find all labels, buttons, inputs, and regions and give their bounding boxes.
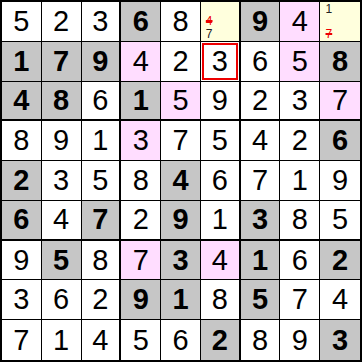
digit: 1	[53, 326, 69, 355]
cell-r2c1[interactable]: 1	[2, 42, 42, 82]
cell-r5c8[interactable]: 1	[280, 161, 320, 201]
cell-r5c5[interactable]: 4	[161, 161, 201, 201]
cell-r3c7[interactable]: 2	[241, 82, 281, 122]
digit: 5	[252, 285, 268, 314]
digit: 2	[92, 285, 108, 314]
cell-r4c8[interactable]: 2	[280, 121, 320, 161]
pencil-mark-7: 7	[204, 28, 215, 40]
cell-r6c9[interactable]: 5	[320, 201, 360, 241]
cell-r3c6[interactable]: 9	[201, 82, 241, 122]
digit: 6	[133, 7, 149, 36]
digit: 2	[332, 246, 348, 275]
cell-r8c6[interactable]: 8	[201, 280, 241, 320]
digit: 6	[172, 326, 188, 355]
digit: 7	[13, 326, 29, 355]
cell-r2c2[interactable]: 7	[42, 42, 82, 82]
cell-r9c5[interactable]: 6	[161, 320, 201, 360]
cell-r6c5[interactable]: 9	[161, 201, 201, 241]
digit: 6	[92, 86, 108, 115]
cell-r3c4[interactable]: 1	[121, 82, 161, 122]
cell-r2c6[interactable]: 3	[201, 42, 241, 82]
cell-r9c4[interactable]: 5	[121, 320, 161, 360]
digit: 9	[53, 126, 69, 155]
pencil-mark-grid: 17	[320, 2, 360, 41]
digit: 1	[252, 246, 268, 275]
cell-r7c4[interactable]: 7	[121, 241, 161, 281]
digit: 9	[13, 246, 29, 275]
digit: 5	[332, 205, 348, 234]
pencil-mark-1: 1	[323, 3, 334, 15]
cell-r1c9[interactable]: 17	[320, 2, 360, 42]
digit: 4	[292, 7, 308, 36]
digit: 4	[92, 326, 108, 355]
cell-r8c8[interactable]: 7	[280, 280, 320, 320]
digit: 4	[212, 246, 228, 275]
digit: 8	[53, 86, 69, 115]
digit: 5	[133, 326, 149, 355]
digit: 4	[13, 86, 29, 115]
cell-r6c8[interactable]: 8	[280, 201, 320, 241]
digit: 5	[212, 126, 228, 155]
cell-r3c3[interactable]: 6	[82, 82, 122, 122]
cell-r5c9[interactable]: 9	[320, 161, 360, 201]
digit: 6	[13, 205, 29, 234]
digit: 9	[292, 326, 308, 355]
digit: 7	[292, 285, 308, 314]
cell-r2c9[interactable]: 8	[320, 42, 360, 82]
cell-r9c7[interactable]: 8	[241, 320, 281, 360]
cell-r9c9[interactable]: 3	[320, 320, 360, 360]
digit: 5	[292, 47, 308, 76]
digit: 2	[53, 7, 69, 36]
digit: 1	[133, 86, 149, 115]
digit: 8	[92, 246, 108, 275]
digit: 3	[92, 7, 108, 36]
cell-r7c5[interactable]: 3	[161, 241, 201, 281]
cell-r8c4[interactable]: 9	[121, 280, 161, 320]
digit: 1	[172, 285, 188, 314]
cell-r3c2[interactable]: 8	[42, 82, 82, 122]
digit: 5	[53, 246, 69, 275]
digit: 4	[53, 205, 69, 234]
cell-r2c5[interactable]: 2	[161, 42, 201, 82]
digit: 3	[252, 205, 268, 234]
cell-r4c1[interactable]: 8	[2, 121, 42, 161]
cell-r9c1[interactable]: 7	[2, 320, 42, 360]
digit: 9	[172, 205, 188, 234]
digit: 4	[332, 285, 348, 314]
cell-r5c7[interactable]: 7	[241, 161, 281, 201]
cell-r7c9[interactable]: 2	[320, 241, 360, 281]
cell-r7c7[interactable]: 1	[241, 241, 281, 281]
digit: 9	[92, 47, 108, 76]
digit: 6	[53, 285, 69, 314]
digit: 6	[332, 126, 348, 155]
digit: 3	[172, 246, 188, 275]
digit: 2	[13, 166, 29, 195]
cell-r1c8[interactable]: 4	[280, 2, 320, 42]
cell-r1c5[interactable]: 8	[161, 2, 201, 42]
cell-r3c9[interactable]: 7	[320, 82, 360, 122]
digit: 5	[92, 166, 108, 195]
digit: 8	[332, 47, 348, 76]
cell-r6c7[interactable]: 3	[241, 201, 281, 241]
digit: 3	[53, 166, 69, 195]
cell-r4c2[interactable]: 9	[42, 121, 82, 161]
digit: 8	[133, 166, 149, 195]
cell-r2c4[interactable]: 4	[121, 42, 161, 82]
digit: 7	[252, 166, 268, 195]
cell-r1c2[interactable]: 2	[42, 2, 82, 42]
cell-r5c1[interactable]: 2	[2, 161, 42, 201]
cell-r4c7[interactable]: 4	[241, 121, 281, 161]
digit: 3	[13, 285, 29, 314]
digit: 2	[172, 47, 188, 76]
cell-r3c5[interactable]: 5	[161, 82, 201, 122]
cell-r2c7[interactable]: 6	[241, 42, 281, 82]
pencil-mark-4-struck: 4	[204, 15, 215, 27]
digit: 7	[172, 126, 188, 155]
cell-r8c2[interactable]: 6	[42, 280, 82, 320]
cell-r6c3[interactable]: 7	[82, 201, 122, 241]
digit: 8	[292, 205, 308, 234]
digit: 1	[292, 166, 308, 195]
digit: 7	[92, 205, 108, 234]
digit: 5	[13, 7, 29, 36]
digit: 8	[252, 326, 268, 355]
cell-r2c3[interactable]: 9	[82, 42, 122, 82]
digit: 6	[252, 47, 268, 76]
cell-r8c7[interactable]: 5	[241, 280, 281, 320]
cell-r8c3[interactable]: 2	[82, 280, 122, 320]
digit: 2	[252, 86, 268, 115]
digit: 5	[172, 86, 188, 115]
digit: 4	[133, 47, 149, 76]
digit: 3	[292, 86, 308, 115]
digit: 1	[92, 126, 108, 155]
cell-r8c5[interactable]: 1	[161, 280, 201, 320]
pencil-mark-grid: 47	[201, 2, 239, 41]
cell-r6c2[interactable]: 4	[42, 201, 82, 241]
digit: 7	[332, 86, 348, 115]
cell-r7c8[interactable]: 6	[280, 241, 320, 281]
cell-r5c3[interactable]: 5	[82, 161, 122, 201]
cell-r4c3[interactable]: 1	[82, 121, 122, 161]
digit: 6	[212, 166, 228, 195]
digit: 2	[292, 126, 308, 155]
cell-r4c5[interactable]: 7	[161, 121, 201, 161]
cell-r6c6[interactable]: 1	[201, 201, 241, 241]
digit: 9	[252, 7, 268, 36]
cell-r9c6[interactable]: 2	[201, 320, 241, 360]
cell-r1c4[interactable]: 6	[121, 2, 161, 42]
digit: 1	[13, 47, 29, 76]
cell-r1c7[interactable]: 9	[241, 2, 281, 42]
digit: 3	[133, 126, 149, 155]
digit: 7	[53, 47, 69, 76]
digit: 6	[292, 246, 308, 275]
cell-r7c3[interactable]: 8	[82, 241, 122, 281]
cell-r8c9[interactable]: 4	[320, 280, 360, 320]
digit: 9	[133, 285, 149, 314]
digit: 2	[133, 205, 149, 234]
digit: 3	[332, 326, 348, 355]
cell-r7c1[interactable]: 9	[2, 241, 42, 281]
cell-r9c2[interactable]: 1	[42, 320, 82, 360]
digit: 9	[332, 166, 348, 195]
cell-r4c4[interactable]: 3	[121, 121, 161, 161]
cell-r6c4[interactable]: 2	[121, 201, 161, 241]
pencil-mark-7-struck: 7	[323, 28, 334, 40]
digit: 2	[212, 326, 228, 355]
cell-r1c1[interactable]: 5	[2, 2, 42, 42]
digit: 8	[172, 7, 188, 36]
digit: 7	[133, 246, 149, 275]
cell-r1c6[interactable]: 47	[201, 2, 241, 42]
cell-r4c6[interactable]: 5	[201, 121, 241, 161]
cell-r9c3[interactable]: 4	[82, 320, 122, 360]
cell-r7c6[interactable]: 4	[201, 241, 241, 281]
cell-r8c1[interactable]: 3	[2, 280, 42, 320]
cell-r7c2[interactable]: 5	[42, 241, 82, 281]
digit: 9	[212, 86, 228, 115]
cell-r5c6[interactable]: 6	[201, 161, 241, 201]
cell-r5c2[interactable]: 3	[42, 161, 82, 201]
digit: 4	[252, 126, 268, 155]
cell-r6c1[interactable]: 6	[2, 201, 42, 241]
digit: 4	[172, 166, 188, 195]
cell-r3c1[interactable]: 4	[2, 82, 42, 122]
cell-r5c4[interactable]: 8	[121, 161, 161, 201]
sudoku-board: 5236847941717942365848615923789137542623…	[0, 0, 362, 362]
cell-r4c9[interactable]: 6	[320, 121, 360, 161]
cell-r9c8[interactable]: 9	[280, 320, 320, 360]
digit: 8	[13, 126, 29, 155]
digit: 8	[212, 285, 228, 314]
digit: 3	[212, 47, 228, 76]
cell-r2c8[interactable]: 5	[280, 42, 320, 82]
cell-r1c3[interactable]: 3	[82, 2, 122, 42]
digit: 1	[212, 205, 228, 234]
cell-r3c8[interactable]: 3	[280, 82, 320, 122]
